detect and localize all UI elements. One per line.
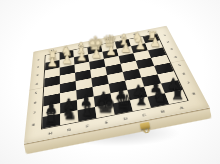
brass-clasp [140,122,151,130]
square-a3 [148,48,166,58]
square-h8: ♜ [42,114,60,129]
square-h6 [43,93,60,106]
product-photo-canvas: HGFEDCBA HGFEDCBA 12345678 12345678 ♜♞♝♚… [0,0,220,164]
square-e8: ♚ [95,104,115,119]
square-a7: ♟ [161,80,182,93]
rank-label: 8 [29,119,38,132]
rank-labels-left: 12345678 [29,56,42,132]
square-e3 [89,59,105,70]
rank-label: 8 [188,88,201,100]
square-a8: ♜ [165,90,187,104]
square-f6 [76,87,94,100]
square-d8: ♛ [113,100,133,114]
square-e4 [90,67,107,78]
square-c8: ♝ [130,97,151,111]
square-g8: ♞ [60,110,78,125]
